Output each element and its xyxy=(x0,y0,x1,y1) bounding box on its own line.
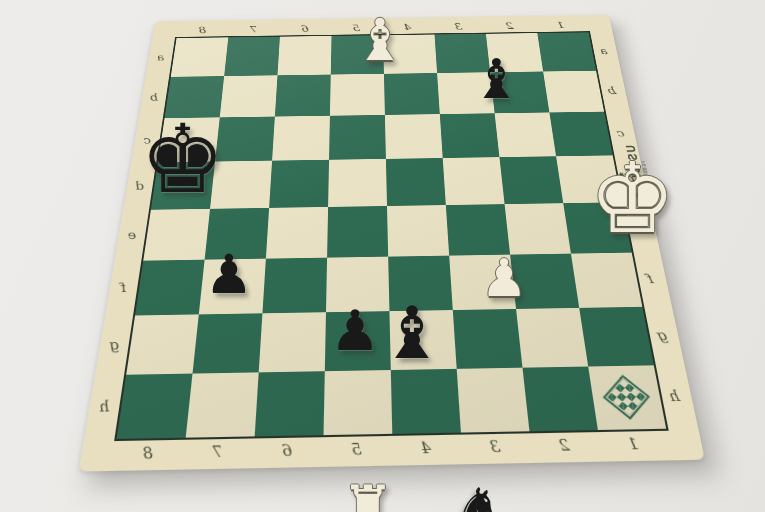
square-g2[interactable] xyxy=(516,308,588,368)
piece-black-king-d8[interactable]: ♚ xyxy=(135,112,230,207)
coord-label-bottom: 1 xyxy=(599,433,672,455)
square-h7[interactable] xyxy=(186,372,259,437)
piece-white-pawn-f3[interactable]: ♟ xyxy=(478,252,530,304)
square-c5[interactable] xyxy=(329,115,386,160)
square-a8[interactable] xyxy=(171,37,229,76)
square-f8[interactable] xyxy=(135,260,205,316)
piece-black-knight-offboard[interactable]: ♞ xyxy=(449,481,505,512)
square-c6[interactable] xyxy=(272,116,330,161)
square-c2[interactable] xyxy=(495,112,556,157)
square-c4[interactable] xyxy=(385,114,443,159)
square-h5[interactable] xyxy=(324,370,393,435)
square-g3[interactable] xyxy=(453,309,523,369)
square-e8[interactable] xyxy=(143,209,210,261)
square-d3[interactable] xyxy=(443,157,505,205)
square-h3[interactable] xyxy=(457,368,530,433)
coord-label-top: 1 xyxy=(535,19,588,31)
square-a6[interactable] xyxy=(277,36,331,75)
square-h4[interactable] xyxy=(391,369,461,434)
square-h6[interactable] xyxy=(255,371,325,436)
checkered-diamond-logo xyxy=(607,379,645,415)
piece-black-pawn-g5[interactable]: ♟ xyxy=(327,303,383,359)
coord-label-bottom: 3 xyxy=(461,435,532,457)
square-c3[interactable] xyxy=(440,113,500,158)
coord-label-bottom: 7 xyxy=(183,441,254,464)
coord-label-bottom: 2 xyxy=(530,434,602,456)
square-e6[interactable] xyxy=(266,207,328,259)
square-h2[interactable] xyxy=(522,367,597,432)
piece-white-rook-offboard[interactable]: ♜ xyxy=(338,477,398,512)
square-f6[interactable] xyxy=(262,258,327,314)
coord-label-top: 2 xyxy=(484,20,537,32)
square-e5[interactable] xyxy=(327,206,388,258)
coord-label-top: 7 xyxy=(228,23,280,35)
square-f1[interactable] xyxy=(571,253,642,308)
square-g8[interactable] xyxy=(126,314,199,374)
square-b4[interactable] xyxy=(384,73,440,115)
square-e4[interactable] xyxy=(387,205,449,257)
square-a1[interactable] xyxy=(537,32,596,71)
square-b5[interactable] xyxy=(330,74,385,116)
square-d2[interactable] xyxy=(499,156,563,204)
square-b6[interactable] xyxy=(275,75,331,117)
coord-label-top: 6 xyxy=(280,23,332,35)
square-e2[interactable] xyxy=(505,203,571,254)
piece-black-bishop-b3[interactable]: ♝ xyxy=(469,52,524,107)
square-h1[interactable] xyxy=(588,365,666,430)
square-g6[interactable] xyxy=(259,312,326,372)
piece-black-pawn-f7[interactable]: ♟ xyxy=(202,248,256,302)
square-d4[interactable] xyxy=(386,158,446,206)
coord-label-bottom: 8 xyxy=(113,442,185,465)
piece-white-bishop-a5[interactable]: ♝ xyxy=(351,11,409,69)
square-g7[interactable] xyxy=(193,313,263,373)
square-b1[interactable] xyxy=(543,71,604,113)
square-g1[interactable] xyxy=(579,307,654,367)
square-d5[interactable] xyxy=(328,159,387,207)
piece-black-bishop-g4[interactable]: ♝ xyxy=(376,297,448,369)
square-d6[interactable] xyxy=(269,160,329,208)
piece-white-king-e1[interactable]: ♚ xyxy=(584,150,681,247)
table-surface: 87654321 87654321 abcdefgh abcdefgh FEDE… xyxy=(0,0,765,512)
square-a7[interactable] xyxy=(224,37,280,76)
coord-label-top: 3 xyxy=(434,21,486,33)
coord-label-bottom: 4 xyxy=(392,437,462,459)
coord-label-bottom: 6 xyxy=(253,439,323,462)
coord-label-bottom: 5 xyxy=(323,438,393,460)
coord-label-top: 8 xyxy=(177,24,230,36)
square-h8[interactable] xyxy=(117,374,193,439)
